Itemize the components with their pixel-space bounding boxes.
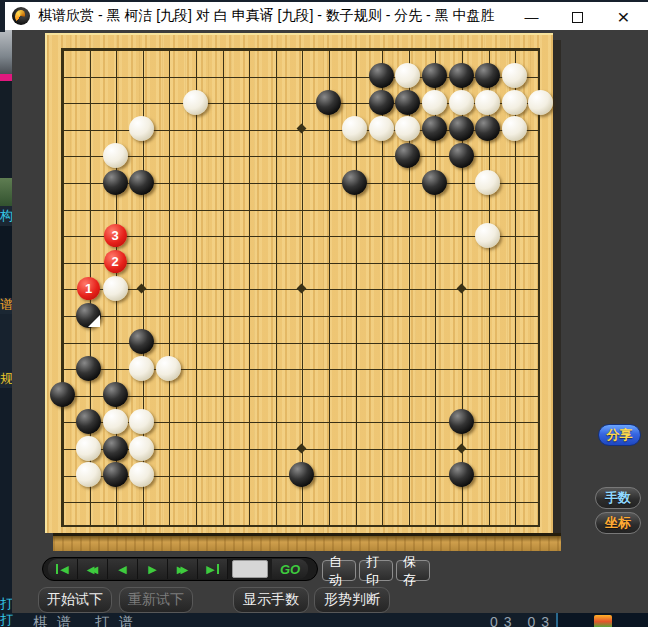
black-stone (449, 116, 474, 141)
window-edge (0, 2, 5, 32)
white-stone (129, 462, 154, 487)
minimize-icon: — (525, 9, 539, 25)
black-stone (449, 63, 474, 88)
nav-fast-forward-button[interactable]: ▶▶ (168, 559, 198, 579)
auto-play-button[interactable]: 自动 (322, 560, 356, 581)
minimize-button[interactable]: — (509, 3, 554, 31)
background-fragment-text: 构 (0, 208, 12, 226)
star-point (296, 124, 306, 134)
auto-label: 自动 (329, 553, 349, 589)
show-move-numbers-button[interactable]: 显示手数 (233, 587, 309, 613)
move-count-toggle-button[interactable]: 手数 (595, 487, 641, 509)
black-stone (129, 170, 154, 195)
navigation-bar: ◀ ◀◀ ◀ ▶ ▶▶ ▶ GO (42, 557, 318, 581)
star-point (456, 443, 466, 453)
save-button[interactable]: 保存 (396, 560, 430, 581)
back-arrow-icon: ◀ (118, 563, 126, 576)
first-move-icon (56, 564, 58, 574)
white-stone (475, 223, 500, 248)
black-stone (449, 462, 474, 487)
trial-move-marker: 1 (77, 277, 100, 300)
white-stone (342, 116, 367, 141)
white-stone (395, 63, 420, 88)
white-stone (475, 170, 500, 195)
goban-board: 123 (45, 33, 553, 533)
last-move-icon (217, 564, 219, 574)
black-stone (449, 409, 474, 434)
white-stone (76, 462, 101, 487)
background-fragment (0, 226, 12, 298)
move-count-label: 手数 (605, 489, 631, 507)
black-stone (289, 462, 314, 487)
coordinates-label: 坐标 (605, 514, 631, 532)
white-stone (76, 436, 101, 461)
black-stone (103, 436, 128, 461)
maximize-icon (572, 12, 583, 23)
judge-label: 形势判断 (324, 591, 380, 609)
background-fragment (556, 613, 648, 627)
black-stone (103, 382, 128, 407)
black-stone (316, 90, 341, 115)
background-fragment (0, 81, 12, 178)
black-stone (50, 382, 75, 407)
white-stone (449, 90, 474, 115)
black-stone (395, 90, 420, 115)
forward-arrow-icon: ▶ (206, 563, 214, 576)
start-trial-button[interactable]: 开始试下 (38, 587, 112, 613)
white-stone (103, 143, 128, 168)
move-number-input[interactable] (232, 560, 268, 578)
nav-back-button[interactable]: ◀ (108, 559, 138, 579)
goban-wooden-edge (53, 533, 561, 551)
taiji-swirl-icon (15, 10, 25, 22)
black-stone (76, 356, 101, 381)
background-fragment-text: 棋谱 打谱 (33, 614, 143, 627)
background-fragment-text: 打 (0, 613, 16, 627)
fast-back-icon: ◀◀ (87, 564, 94, 575)
background-fragment (0, 178, 12, 206)
black-stone (395, 143, 420, 168)
print-button[interactable]: 打印 (359, 560, 393, 581)
go-label: GO (280, 562, 300, 577)
app-window: 棋谱欣赏 - 黑 柯洁 [九段] 对 白 申真谞 [九段] - 数子规则 - 分… (0, 0, 648, 627)
white-stone (502, 63, 527, 88)
title-bar: 棋谱欣赏 - 黑 柯洁 [九段] 对 白 申真谞 [九段] - 数子规则 - 分… (0, 0, 648, 30)
trial-move-marker: 2 (104, 250, 127, 273)
white-stone (103, 409, 128, 434)
show-moves-label: 显示手数 (243, 591, 299, 609)
coordinates-toggle-button[interactable]: 坐标 (595, 512, 641, 534)
white-stone (422, 90, 447, 115)
white-stone (129, 436, 154, 461)
star-point (456, 283, 466, 293)
white-stone (129, 116, 154, 141)
restart-trial-button[interactable]: 重新试下 (119, 587, 193, 613)
black-stone (449, 143, 474, 168)
white-stone (369, 116, 394, 141)
share-button-label: 分享 (607, 426, 633, 444)
white-stone (502, 90, 527, 115)
back-arrow-icon: ◀ (60, 563, 68, 576)
black-stone (103, 170, 128, 195)
black-stone (369, 90, 394, 115)
black-stone (76, 303, 101, 328)
black-stone (422, 170, 447, 195)
start-trial-label: 开始试下 (47, 591, 103, 609)
save-label: 保存 (403, 553, 423, 589)
nav-first-button[interactable]: ◀ (48, 559, 78, 579)
background-fragment (0, 314, 12, 372)
restart-trial-label: 重新试下 (128, 591, 184, 609)
black-stone (342, 170, 367, 195)
maximize-button[interactable] (555, 3, 600, 31)
black-stone (103, 462, 128, 487)
background-fragment (0, 388, 12, 613)
background-fragment-text: 谱 (0, 298, 12, 314)
close-icon: × (617, 5, 629, 29)
close-button[interactable]: × (601, 3, 646, 31)
goban-grid[interactable]: 123 (61, 48, 540, 527)
black-stone (475, 116, 500, 141)
star-point (137, 283, 147, 293)
nav-forward-button[interactable]: ▶ (138, 559, 168, 579)
black-stone (129, 329, 154, 354)
background-fragment-text: 规 (0, 372, 12, 388)
white-stone (475, 90, 500, 115)
last-move-triangle-mark (88, 315, 100, 327)
black-stone (76, 409, 101, 434)
nav-last-button[interactable]: ▶ (198, 559, 228, 579)
white-stone (502, 116, 527, 141)
white-stone (183, 90, 208, 115)
background-thumbnail-icon (594, 615, 612, 627)
app-icon (12, 7, 30, 25)
nav-fast-back-button[interactable]: ◀◀ (78, 559, 108, 579)
black-stone (422, 116, 447, 141)
black-stone (475, 63, 500, 88)
trial-move-marker: 3 (104, 224, 127, 247)
share-button[interactable]: 分享 (598, 424, 641, 446)
background-window-bottom-peek: 打 棋谱 打谱 03 03 (0, 613, 648, 627)
white-stone (156, 356, 181, 381)
star-point (296, 283, 306, 293)
go-button[interactable]: GO (272, 559, 308, 579)
white-stone (103, 276, 128, 301)
background-window-sliver: 构 谱 规 打 (0, 30, 12, 627)
black-stone (422, 63, 447, 88)
forward-arrow-icon: ▶ (148, 563, 156, 576)
background-fragment (0, 30, 12, 74)
print-label: 打印 (366, 553, 386, 589)
black-stone (369, 63, 394, 88)
white-stone (395, 116, 420, 141)
white-stone (528, 90, 553, 115)
window-title: 棋谱欣赏 - 黑 柯洁 [九段] 对 白 申真谞 [九段] - 数子规则 - 分… (38, 7, 495, 25)
star-point (296, 443, 306, 453)
background-fragment (0, 74, 12, 81)
background-fragment-text: 03 03 (490, 614, 555, 627)
white-stone (129, 409, 154, 434)
position-judgement-button[interactable]: 形势判断 (314, 587, 390, 613)
fast-forward-icon: ▶▶ (177, 564, 184, 575)
white-stone (129, 356, 154, 381)
